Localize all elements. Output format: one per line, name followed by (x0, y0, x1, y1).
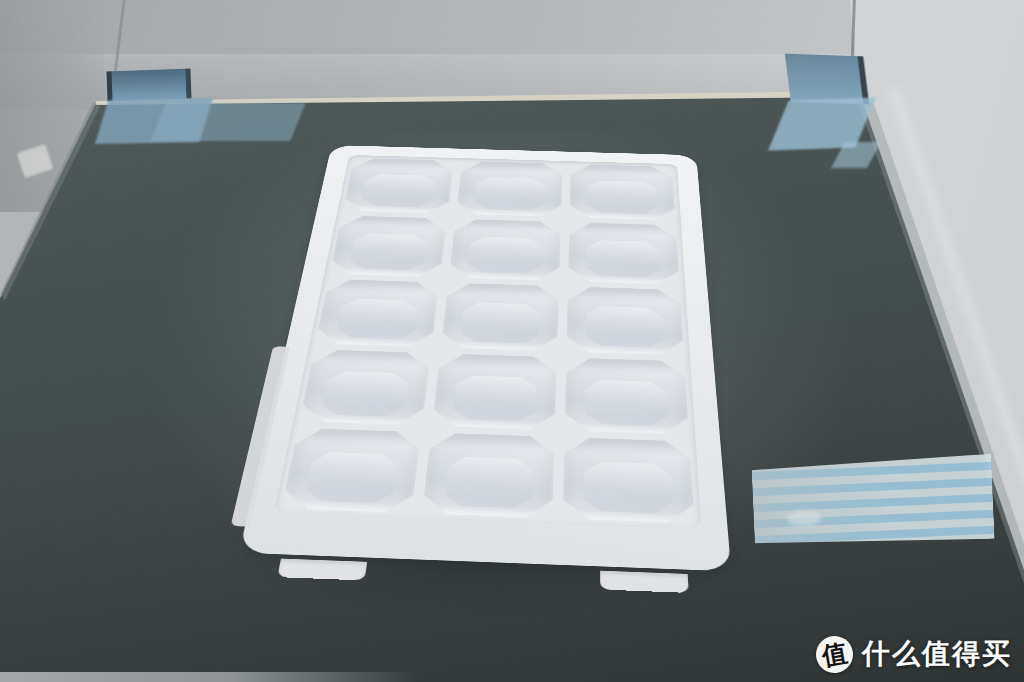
striped-tape-translucent-end (751, 459, 887, 550)
tray-cavity (432, 353, 557, 430)
tray-cavity (570, 164, 676, 221)
tray-cavity (449, 219, 561, 281)
shelf-front-lip (0, 672, 420, 682)
tray-foot-right (600, 571, 689, 593)
tray-cavity (343, 158, 454, 214)
tray-cavity (567, 286, 684, 355)
tray-cavity (456, 161, 563, 217)
tray-foot-left (277, 559, 367, 581)
logo-glyph: 值 (820, 640, 849, 669)
tray-cavity (299, 349, 430, 425)
tape-top-left-wall (107, 69, 192, 102)
tray-cell-grid (282, 158, 695, 524)
tray-cavity (563, 437, 695, 523)
tray-cavity (282, 428, 422, 513)
tray-cavity (330, 215, 447, 277)
tray-cavity (565, 358, 689, 435)
tray-cavity (441, 283, 559, 352)
tape-top-left-shelf-wide (150, 103, 305, 141)
watermark: 值 什么值得买 (816, 635, 1012, 673)
striped-tape-bottom-right (751, 454, 994, 549)
smzdm-logo-icon: 值 (813, 633, 856, 676)
tray-cavity (568, 222, 679, 284)
freezer-photo-scene: 值 什么值得买 (0, 0, 1024, 682)
tray-cavity (422, 432, 555, 518)
tape-top-right-wall (785, 54, 869, 105)
tray-cavity (315, 279, 439, 347)
tray-well (274, 155, 702, 528)
watermark-text: 什么值得买 (862, 635, 1012, 673)
